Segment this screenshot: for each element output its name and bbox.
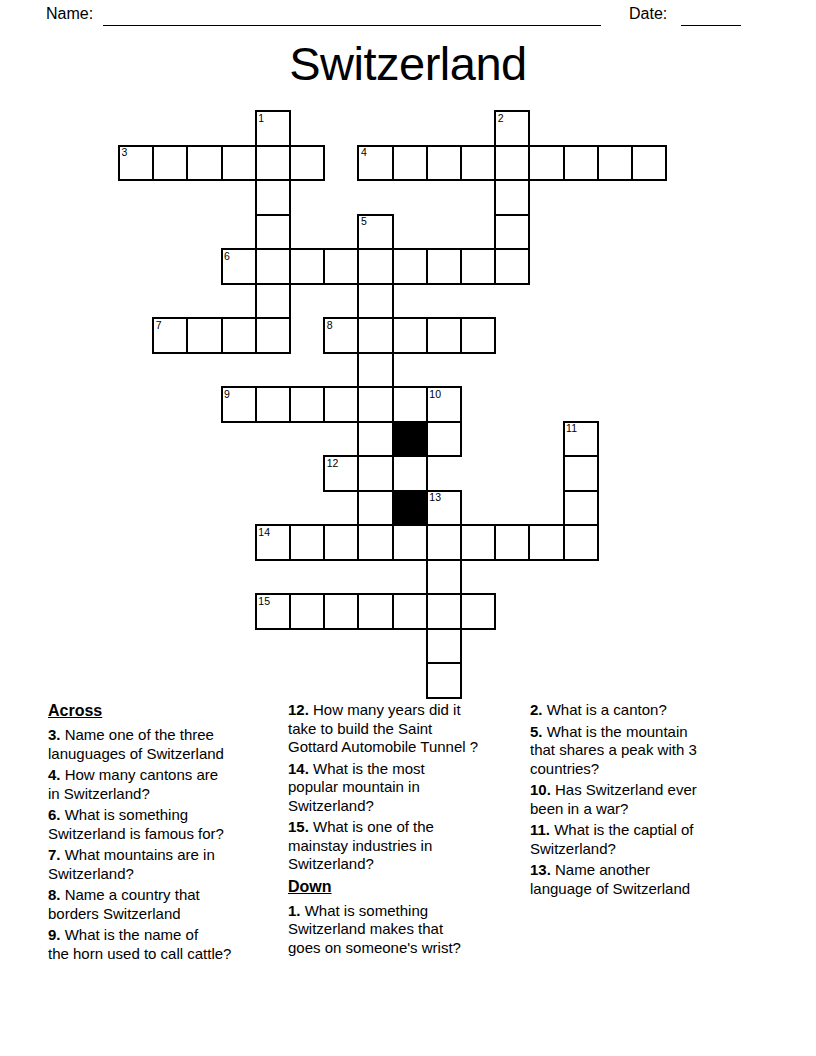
grid-cell[interactable] xyxy=(289,524,325,561)
grid-cell[interactable] xyxy=(152,145,188,182)
blocked-cell xyxy=(392,421,428,458)
clue-number: 10. xyxy=(530,781,551,798)
grid-cell[interactable] xyxy=(494,524,530,561)
grid-cell[interactable] xyxy=(460,317,496,354)
clue-number: 3. xyxy=(48,726,61,743)
clue-11: 11. What is the captial of Switzerland? xyxy=(530,821,758,858)
cell-number: 12 xyxy=(327,458,339,469)
grid-cell[interactable] xyxy=(563,455,599,492)
cell-number: 2 xyxy=(498,113,504,124)
grid-cell[interactable] xyxy=(494,214,530,251)
clue-2: 2. What is a canton? xyxy=(530,701,758,720)
cell-number: 8 xyxy=(327,320,333,331)
clue-7: 7. What mountains are in Switzerland? xyxy=(48,846,270,883)
grid-cell[interactable] xyxy=(426,593,462,630)
grid-cell[interactable] xyxy=(357,283,393,320)
grid-cell[interactable] xyxy=(392,386,428,423)
clue-8: 8. Name a country that borders Switzerla… xyxy=(48,886,270,923)
grid-cell[interactable] xyxy=(494,145,530,182)
date-fill-line xyxy=(681,5,741,26)
grid-cell[interactable] xyxy=(255,145,291,182)
grid-cell[interactable] xyxy=(597,145,633,182)
grid-cell[interactable] xyxy=(426,248,462,285)
grid-cell[interactable] xyxy=(357,386,393,423)
cell-number: 4 xyxy=(361,147,367,158)
grid-cell[interactable] xyxy=(460,248,496,285)
clue-number: 5. xyxy=(530,723,543,740)
grid-cell[interactable] xyxy=(563,145,599,182)
clue-number: 1. xyxy=(288,902,301,919)
grid-cell[interactable] xyxy=(255,386,291,423)
grid-cell[interactable] xyxy=(563,524,599,561)
clue-9: 9. What is the name of the horn used to … xyxy=(48,926,270,963)
clue-10: 10. Has Switzerland ever been in a war? xyxy=(530,781,758,818)
grid-cell[interactable] xyxy=(460,145,496,182)
crossword-grid: 123456789101112131415 xyxy=(118,110,668,699)
puzzle-title: Switzerland xyxy=(0,36,816,91)
grid-cell[interactable] xyxy=(392,593,428,630)
cell-number: 3 xyxy=(122,147,128,158)
cell-number: 11 xyxy=(566,423,577,434)
clue-14: 14. What is the most popular mountain in… xyxy=(288,760,526,816)
grid-cell[interactable] xyxy=(221,145,257,182)
grid-cell[interactable] xyxy=(255,179,291,216)
grid-cell[interactable] xyxy=(357,317,393,354)
clue-number: 11. xyxy=(530,821,550,838)
grid-cell[interactable] xyxy=(323,524,359,561)
clue-number: 14. xyxy=(288,760,309,777)
grid-cell[interactable] xyxy=(426,524,462,561)
grid-cell[interactable] xyxy=(392,524,428,561)
grid-cell[interactable] xyxy=(357,352,393,389)
grid-cell[interactable] xyxy=(255,248,291,285)
grid-cell[interactable] xyxy=(186,145,222,182)
clue-number: 12. xyxy=(288,701,309,718)
clue-column-2: 12. How many years did it take to build … xyxy=(288,701,526,960)
clue-number: 4. xyxy=(48,766,61,783)
down-heading: Down xyxy=(288,877,526,896)
grid-cell[interactable] xyxy=(528,145,564,182)
name-fill-line xyxy=(103,5,601,26)
grid-cell[interactable] xyxy=(426,145,462,182)
cell-number: 14 xyxy=(258,527,270,538)
grid-cell[interactable] xyxy=(494,248,530,285)
date-label: Date: xyxy=(629,5,667,23)
grid-cell[interactable] xyxy=(255,283,291,320)
grid-cell[interactable] xyxy=(528,524,564,561)
grid-cell[interactable] xyxy=(426,559,462,596)
cell-number: 5 xyxy=(361,216,367,227)
grid-cell[interactable] xyxy=(357,455,393,492)
grid-cell[interactable] xyxy=(426,662,462,699)
grid-cell[interactable] xyxy=(494,179,530,216)
clue-6: 6. What is something Switzerland is famo… xyxy=(48,806,270,843)
cell-number: 10 xyxy=(429,389,441,400)
clue-number: 6. xyxy=(48,806,61,823)
grid-cell[interactable] xyxy=(631,145,667,182)
clue-number: 8. xyxy=(48,886,61,903)
grid-cell[interactable] xyxy=(392,317,428,354)
grid-cell[interactable] xyxy=(289,145,325,182)
grid-cell[interactable] xyxy=(460,593,496,630)
cell-number: 9 xyxy=(224,389,230,400)
clue-number: 2. xyxy=(530,701,543,718)
clue-12: 12. How many years did it take to build … xyxy=(288,701,526,757)
clue-column-3: 2. What is a canton?5. What is the mount… xyxy=(530,701,758,901)
grid-cell[interactable] xyxy=(357,524,393,561)
grid-cell[interactable] xyxy=(289,593,325,630)
grid-cell[interactable] xyxy=(392,145,428,182)
grid-cell[interactable] xyxy=(426,317,462,354)
cell-number: 6 xyxy=(224,251,230,262)
clue-5: 5. What is the mountain that shares a pe… xyxy=(530,723,758,779)
cell-number: 1 xyxy=(258,113,264,124)
cell-number: 15 xyxy=(258,596,270,607)
clue-15: 15. What is one of the mainstay industri… xyxy=(288,818,526,874)
grid-cell[interactable] xyxy=(323,386,359,423)
grid-cell[interactable] xyxy=(289,248,325,285)
cell-number: 7 xyxy=(156,320,162,331)
grid-cell[interactable] xyxy=(255,214,291,251)
grid-cell[interactable] xyxy=(221,317,257,354)
grid-cell[interactable] xyxy=(392,248,428,285)
clue-1: 1. What is something Switzerland makes t… xyxy=(288,902,526,958)
grid-cell[interactable] xyxy=(323,248,359,285)
clue-column-1: Across3. Name one of the three lanuguage… xyxy=(48,701,270,966)
clue-3: 3. Name one of the three lanuguages of S… xyxy=(48,726,270,763)
grid-cell[interactable] xyxy=(255,317,291,354)
clue-4: 4. How many cantons are in Switzerland? xyxy=(48,766,270,803)
grid-cell[interactable] xyxy=(357,593,393,630)
grid-cell[interactable] xyxy=(186,317,222,354)
grid-cell[interactable] xyxy=(357,248,393,285)
across-heading: Across xyxy=(48,701,270,720)
clue-13: 13. Name another language of Switzerland xyxy=(530,861,758,898)
grid-cell[interactable] xyxy=(460,524,496,561)
grid-cell[interactable] xyxy=(357,490,393,527)
grid-cell[interactable] xyxy=(289,386,325,423)
grid-cell[interactable] xyxy=(426,628,462,665)
clue-number: 7. xyxy=(48,846,61,863)
cell-number: 13 xyxy=(429,492,441,503)
clue-number: 9. xyxy=(48,926,61,943)
clue-number: 15. xyxy=(288,818,309,835)
name-label: Name: xyxy=(46,5,93,23)
grid-cell[interactable] xyxy=(357,421,393,458)
grid-cell[interactable] xyxy=(323,593,359,630)
grid-cell[interactable] xyxy=(392,455,428,492)
grid-cell[interactable] xyxy=(426,421,462,458)
grid-cell[interactable] xyxy=(563,490,599,527)
blocked-cell xyxy=(392,490,428,527)
clue-number: 13. xyxy=(530,861,551,878)
